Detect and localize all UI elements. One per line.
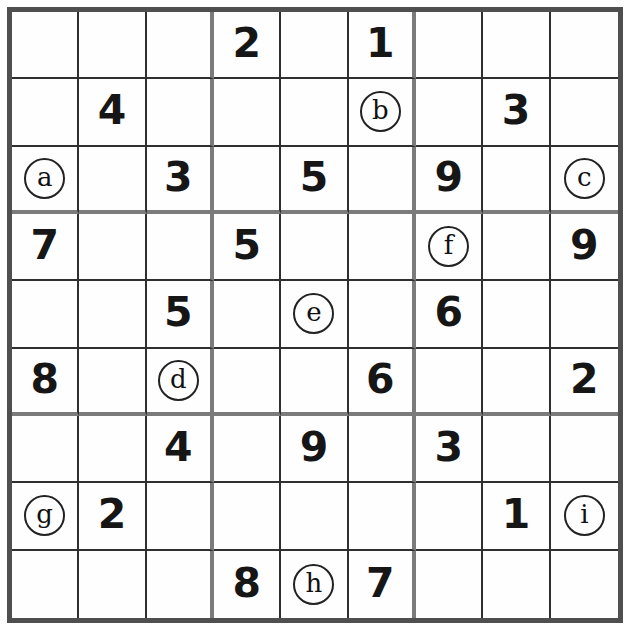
cell-r5c6[interactable] [349,281,416,348]
given-digit: 1 [502,494,531,535]
given-digit: 4 [98,90,127,131]
cell-r9c8[interactable] [483,551,550,618]
cell-r4c8[interactable] [483,214,550,281]
given-digit: 7 [366,563,395,604]
cell-r8c5[interactable] [281,483,348,550]
circled-letter-h: h [293,564,334,605]
cell-r4c7[interactable]: f [416,214,483,281]
given-digit: 5 [164,292,193,333]
given-digit: 2 [570,359,599,400]
sudoku-board: 214b3a359c75f95e68d62493g21i8h7 [7,7,623,623]
cell-r8c9[interactable]: i [551,483,618,550]
cell-r6c2[interactable] [79,349,146,416]
cell-r1c7[interactable] [416,12,483,79]
cell-r2c9[interactable] [551,79,618,146]
cell-r5c2[interactable] [79,281,146,348]
cell-r8c2[interactable]: 2 [79,483,146,550]
cell-r2c4[interactable] [214,79,281,146]
cell-r1c3[interactable] [147,12,214,79]
cell-r9c3[interactable] [147,551,214,618]
cell-r1c5[interactable] [281,12,348,79]
cell-r5c5[interactable]: e [281,281,348,348]
circled-letter-f: f [428,226,469,267]
cell-r3c5[interactable]: 5 [281,147,348,214]
cell-r6c3[interactable]: d [147,349,214,416]
cell-r8c6[interactable] [349,483,416,550]
cell-r5c9[interactable] [551,281,618,348]
cell-r3c6[interactable] [349,147,416,214]
cell-r6c7[interactable] [416,349,483,416]
given-digit: 2 [98,494,127,535]
given-digit: 3 [502,90,531,131]
given-digit: 2 [232,23,261,64]
given-digit: 3 [434,427,463,468]
given-digit: 8 [232,563,261,604]
cell-r5c3[interactable]: 5 [147,281,214,348]
cell-r3c4[interactable] [214,147,281,214]
cell-r5c4[interactable] [214,281,281,348]
cell-r7c2[interactable] [79,416,146,483]
cell-r9c9[interactable] [551,551,618,618]
cell-r5c8[interactable] [483,281,550,348]
cell-r9c7[interactable] [416,551,483,618]
circled-letter-e: e [293,293,334,334]
cell-r7c1[interactable] [12,416,79,483]
cell-r7c4[interactable] [214,416,281,483]
cell-r2c6[interactable]: b [349,79,416,146]
cell-r6c4[interactable] [214,349,281,416]
cell-r1c2[interactable] [79,12,146,79]
cell-r6c8[interactable] [483,349,550,416]
cell-r9c1[interactable] [12,551,79,618]
given-digit: 5 [232,225,261,266]
given-digit: 4 [164,427,193,468]
cell-r3c2[interactable] [79,147,146,214]
cell-r4c6[interactable] [349,214,416,281]
cell-r7c5[interactable]: 9 [281,416,348,483]
given-digit: 9 [570,225,599,266]
cell-r8c8[interactable]: 1 [483,483,550,550]
cell-r9c5[interactable]: h [281,551,348,618]
cell-r6c5[interactable] [281,349,348,416]
given-digit: 5 [300,157,329,198]
circled-letter-i: i [564,495,605,536]
circled-letter-b: b [360,91,401,132]
cell-r9c4[interactable]: 8 [214,551,281,618]
cell-r3c3[interactable]: 3 [147,147,214,214]
cell-r1c4[interactable]: 2 [214,12,281,79]
cell-r8c3[interactable] [147,483,214,550]
given-digit: 9 [300,427,329,468]
cell-r2c3[interactable] [147,79,214,146]
cell-r9c2[interactable] [79,551,146,618]
given-digit: 6 [366,359,395,400]
cell-r6c9[interactable]: 2 [551,349,618,416]
cell-r7c8[interactable] [483,416,550,483]
circled-letter-g: g [24,495,65,536]
page: 214b3a359c75f95e68d62493g21i8h7 [0,0,630,630]
cell-r8c1[interactable]: g [12,483,79,550]
cell-r5c7[interactable]: 6 [416,281,483,348]
cell-r8c7[interactable] [416,483,483,550]
cell-r2c5[interactable] [281,79,348,146]
cell-r7c9[interactable] [551,416,618,483]
cell-r7c6[interactable] [349,416,416,483]
circled-letter-a: a [24,158,65,199]
cell-r4c1[interactable]: 7 [12,214,79,281]
cell-r2c1[interactable] [12,79,79,146]
cell-r1c9[interactable] [551,12,618,79]
cell-r8c4[interactable] [214,483,281,550]
cell-r4c3[interactable] [147,214,214,281]
cell-r3c7[interactable]: 9 [416,147,483,214]
given-digit: 1 [366,23,395,64]
cell-r5c1[interactable] [12,281,79,348]
cell-r3c1[interactable]: a [12,147,79,214]
cell-r3c8[interactable] [483,147,550,214]
cell-r1c6[interactable]: 1 [349,12,416,79]
cell-r7c3[interactable]: 4 [147,416,214,483]
cell-r4c5[interactable] [281,214,348,281]
cell-r4c9[interactable]: 9 [551,214,618,281]
cell-r6c1[interactable]: 8 [12,349,79,416]
given-digit: 8 [30,359,59,400]
cell-r2c2[interactable]: 4 [79,79,146,146]
cell-r9c6[interactable]: 7 [349,551,416,618]
given-digit: 7 [30,225,59,266]
given-digit: 9 [434,157,463,198]
cell-r6c6[interactable]: 6 [349,349,416,416]
cell-r4c4[interactable]: 5 [214,214,281,281]
cell-r7c7[interactable]: 3 [416,416,483,483]
cell-r3c9[interactable]: c [551,147,618,214]
given-digit: 6 [434,292,463,333]
cell-r1c8[interactable] [483,12,550,79]
cell-r2c8[interactable]: 3 [483,79,550,146]
circled-letter-d: d [158,360,199,401]
given-digit: 3 [164,157,193,198]
cell-r4c2[interactable] [79,214,146,281]
circled-letter-c: c [564,158,605,199]
cell-r1c1[interactable] [12,12,79,79]
cell-r2c7[interactable] [416,79,483,146]
